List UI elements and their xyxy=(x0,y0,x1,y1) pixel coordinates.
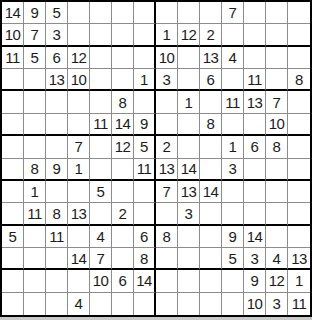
cell-r7c13-given: 8 xyxy=(266,136,288,158)
cell-r4c3-given: 13 xyxy=(46,69,68,91)
cell-r3c14-empty[interactable] xyxy=(288,47,310,69)
cell-r2c14-empty[interactable] xyxy=(288,24,310,46)
cell-r12c12-given: 3 xyxy=(244,248,266,270)
cell-r9c10-given: 14 xyxy=(200,181,222,203)
cell-r14c3-empty[interactable] xyxy=(46,293,68,315)
cell-r9c9-given: 13 xyxy=(178,181,200,203)
cell-r12c5-given: 7 xyxy=(90,248,112,270)
cell-r2c3-given: 3 xyxy=(46,24,68,46)
cell-r7c10-empty[interactable] xyxy=(200,136,222,158)
cell-r7c9-empty[interactable] xyxy=(178,136,200,158)
cell-r10c2-given: 11 xyxy=(24,203,46,225)
cell-r8c8-given: 13 xyxy=(156,159,178,181)
cell-r7c5-empty[interactable] xyxy=(90,136,112,158)
cell-r12c8-empty[interactable] xyxy=(156,248,178,270)
cell-r9c3-empty[interactable] xyxy=(46,181,68,203)
cell-r6c10-given: 8 xyxy=(200,114,222,136)
cell-r14c14-given: 11 xyxy=(288,293,310,315)
cell-r3c4-given: 12 xyxy=(68,47,90,69)
cell-r6c3-empty[interactable] xyxy=(46,114,68,136)
cell-r6c6-given: 14 xyxy=(112,114,134,136)
cell-r5c10-empty[interactable] xyxy=(200,91,222,113)
cell-r11c8-given: 8 xyxy=(156,226,178,248)
cell-r8c2-given: 8 xyxy=(24,159,46,181)
cell-r3c2-given: 5 xyxy=(24,47,46,69)
cell-r13c2-empty[interactable] xyxy=(24,270,46,292)
cell-r11c10-empty[interactable] xyxy=(200,226,222,248)
cell-r10c5-empty[interactable] xyxy=(90,203,112,225)
cell-r3c5-empty[interactable] xyxy=(90,47,112,69)
cell-r11c3-given: 11 xyxy=(46,226,68,248)
cell-r6c8-empty[interactable] xyxy=(156,114,178,136)
cell-r1c12-empty[interactable] xyxy=(244,2,266,24)
cell-r11c5-given: 4 xyxy=(90,226,112,248)
cell-r6c1-empty[interactable] xyxy=(2,114,24,136)
cell-r6c12-empty[interactable] xyxy=(244,114,266,136)
cell-r11c1-given: 5 xyxy=(2,226,24,248)
cell-r1c5-empty[interactable] xyxy=(90,2,112,24)
cell-r5c7-empty[interactable] xyxy=(134,91,156,113)
cell-r2c2-given: 7 xyxy=(24,24,46,46)
cell-r2c6-empty[interactable] xyxy=(112,24,134,46)
cell-r5c1-empty[interactable] xyxy=(2,91,24,113)
cell-r10c12-empty[interactable] xyxy=(244,203,266,225)
cell-r8c9-given: 14 xyxy=(178,159,200,181)
cell-r14c9-empty[interactable] xyxy=(178,293,200,315)
cell-r14c12-given: 10 xyxy=(244,293,266,315)
cell-r10c11-empty[interactable] xyxy=(222,203,244,225)
cell-r10c14-empty[interactable] xyxy=(288,203,310,225)
cell-r7c7-given: 5 xyxy=(134,136,156,158)
cell-r8c7-given: 11 xyxy=(134,159,156,181)
cell-r5c2-empty[interactable] xyxy=(24,91,46,113)
cell-r11c11-given: 9 xyxy=(222,226,244,248)
cell-r13c13-given: 12 xyxy=(266,270,288,292)
cell-r3c6-empty[interactable] xyxy=(112,47,134,69)
cell-r6c14-empty[interactable] xyxy=(288,114,310,136)
cell-r9c8-given: 7 xyxy=(156,181,178,203)
cell-r3c7-empty[interactable] xyxy=(134,47,156,69)
cell-r2c5-empty[interactable] xyxy=(90,24,112,46)
cell-r3c3-given: 6 xyxy=(46,47,68,69)
cell-r8c10-empty[interactable] xyxy=(200,159,222,181)
cell-r12c10-empty[interactable] xyxy=(200,248,222,270)
cell-r4c14-given: 8 xyxy=(288,69,310,91)
cell-r4c5-empty[interactable] xyxy=(90,69,112,91)
cell-r6c7-given: 9 xyxy=(134,114,156,136)
cell-r4c2-empty[interactable] xyxy=(24,69,46,91)
sudoku-board: 1495710731122115612101341310136118811113… xyxy=(0,0,312,317)
cell-r11c12-given: 14 xyxy=(244,226,266,248)
cell-r4c13-empty[interactable] xyxy=(266,69,288,91)
cell-r11c6-empty[interactable] xyxy=(112,226,134,248)
cell-r1c8-empty[interactable] xyxy=(156,2,178,24)
cell-r11c2-empty[interactable] xyxy=(24,226,46,248)
cell-r1c10-empty[interactable] xyxy=(200,2,222,24)
cell-r9c14-empty[interactable] xyxy=(288,181,310,203)
cell-r10c10-empty[interactable] xyxy=(200,203,222,225)
cell-r12c2-empty[interactable] xyxy=(24,248,46,270)
cell-r3c11-given: 4 xyxy=(222,47,244,69)
cell-r1c9-empty[interactable] xyxy=(178,2,200,24)
cell-r1c6-empty[interactable] xyxy=(112,2,134,24)
cell-r8c4-given: 1 xyxy=(68,159,90,181)
cell-r9c12-empty[interactable] xyxy=(244,181,266,203)
cell-r13c14-given: 1 xyxy=(288,270,310,292)
cell-r13c10-empty[interactable] xyxy=(200,270,222,292)
cell-r1c13-empty[interactable] xyxy=(266,2,288,24)
cell-r6c9-empty[interactable] xyxy=(178,114,200,136)
cell-r2c11-empty[interactable] xyxy=(222,24,244,46)
cell-r3c8-given: 10 xyxy=(156,47,178,69)
cell-r3c13-empty[interactable] xyxy=(266,47,288,69)
cell-r13c4-empty[interactable] xyxy=(68,270,90,292)
cell-r13c9-empty[interactable] xyxy=(178,270,200,292)
cell-r1c4-empty[interactable] xyxy=(68,2,90,24)
cell-r11c9-empty[interactable] xyxy=(178,226,200,248)
cell-r8c11-given: 3 xyxy=(222,159,244,181)
cell-r13c1-empty[interactable] xyxy=(2,270,24,292)
cell-r14c4-given: 4 xyxy=(68,293,90,315)
cell-r11c13-empty[interactable] xyxy=(266,226,288,248)
cell-r5c12-given: 13 xyxy=(244,91,266,113)
cell-r12c11-given: 5 xyxy=(222,248,244,270)
cell-r13c12-given: 9 xyxy=(244,270,266,292)
cell-r7c14-empty[interactable] xyxy=(288,136,310,158)
cell-r9c13-empty[interactable] xyxy=(266,181,288,203)
cell-r12c1-empty[interactable] xyxy=(2,248,24,270)
cell-r10c4-given: 13 xyxy=(68,203,90,225)
cell-r2c8-given: 1 xyxy=(156,24,178,46)
cell-r9c1-empty[interactable] xyxy=(2,181,24,203)
cell-r13c3-empty[interactable] xyxy=(46,270,68,292)
cell-r14c2-empty[interactable] xyxy=(24,293,46,315)
cell-r8c14-empty[interactable] xyxy=(288,159,310,181)
cell-r14c8-empty[interactable] xyxy=(156,293,178,315)
cell-r9c2-given: 1 xyxy=(24,181,46,203)
cell-r1c3-given: 5 xyxy=(46,2,68,24)
cell-r1c1-given: 14 xyxy=(2,2,24,24)
cell-r7c12-given: 6 xyxy=(244,136,266,158)
cell-r9c4-empty[interactable] xyxy=(68,181,90,203)
cell-r7c4-given: 7 xyxy=(68,136,90,158)
cell-r6c2-empty[interactable] xyxy=(24,114,46,136)
cell-r14c1-empty[interactable] xyxy=(2,293,24,315)
cell-r5c8-empty[interactable] xyxy=(156,91,178,113)
cell-r12c13-given: 4 xyxy=(266,248,288,270)
cell-r10c1-empty[interactable] xyxy=(2,203,24,225)
cell-r3c12-empty[interactable] xyxy=(244,47,266,69)
cell-r2c13-empty[interactable] xyxy=(266,24,288,46)
cell-r8c6-empty[interactable] xyxy=(112,159,134,181)
cell-r11c4-empty[interactable] xyxy=(68,226,90,248)
cell-r8c3-given: 9 xyxy=(46,159,68,181)
cell-r2c10-given: 2 xyxy=(200,24,222,46)
cell-r7c8-given: 2 xyxy=(156,136,178,158)
cell-r7c1-empty[interactable] xyxy=(2,136,24,158)
cell-r10c3-given: 8 xyxy=(46,203,68,225)
cell-r7c2-empty[interactable] xyxy=(24,136,46,158)
cell-r13c5-given: 10 xyxy=(90,270,112,292)
cell-r9c5-given: 5 xyxy=(90,181,112,203)
cell-r4c4-given: 10 xyxy=(68,69,90,91)
cell-r11c14-empty[interactable] xyxy=(288,226,310,248)
cell-r5c14-empty[interactable] xyxy=(288,91,310,113)
cell-r4c11-empty[interactable] xyxy=(222,69,244,91)
cell-r7c11-given: 1 xyxy=(222,136,244,158)
cell-r2c1-given: 10 xyxy=(2,24,24,46)
cell-r3c9-empty[interactable] xyxy=(178,47,200,69)
cell-r9c6-empty[interactable] xyxy=(112,181,134,203)
cell-r3c10-given: 13 xyxy=(200,47,222,69)
cell-r4c9-empty[interactable] xyxy=(178,69,200,91)
cell-r8c1-empty[interactable] xyxy=(2,159,24,181)
cell-r7c6-given: 12 xyxy=(112,136,134,158)
cell-r12c7-given: 8 xyxy=(134,248,156,270)
cell-r14c11-empty[interactable] xyxy=(222,293,244,315)
cell-r8c5-empty[interactable] xyxy=(90,159,112,181)
cell-r13c8-empty[interactable] xyxy=(156,270,178,292)
cell-r5c11-given: 11 xyxy=(222,91,244,113)
sudoku-puzzle-screenshot: 1495710731122115612101341310136118811113… xyxy=(0,0,312,320)
cell-r4c12-given: 11 xyxy=(244,69,266,91)
cell-r14c13-given: 3 xyxy=(266,293,288,315)
cell-r13c7-given: 14 xyxy=(134,270,156,292)
cell-r4c6-empty[interactable] xyxy=(112,69,134,91)
cell-r5c9-given: 1 xyxy=(178,91,200,113)
cell-r2c12-empty[interactable] xyxy=(244,24,266,46)
cell-r1c7-empty[interactable] xyxy=(134,2,156,24)
cell-r6c11-empty[interactable] xyxy=(222,114,244,136)
cell-r4c1-empty[interactable] xyxy=(2,69,24,91)
cell-r8c12-empty[interactable] xyxy=(244,159,266,181)
cell-r2c4-empty[interactable] xyxy=(68,24,90,46)
cell-r13c6-given: 6 xyxy=(112,270,134,292)
cell-r1c14-empty[interactable] xyxy=(288,2,310,24)
cell-r10c7-empty[interactable] xyxy=(134,203,156,225)
cell-r5c3-empty[interactable] xyxy=(46,91,68,113)
cell-r5c5-empty[interactable] xyxy=(90,91,112,113)
cell-r3c1-given: 11 xyxy=(2,47,24,69)
cell-r14c7-empty[interactable] xyxy=(134,293,156,315)
cell-r12c9-empty[interactable] xyxy=(178,248,200,270)
cell-r12c14-given: 13 xyxy=(288,248,310,270)
cell-r4c10-given: 6 xyxy=(200,69,222,91)
cell-r11c7-given: 6 xyxy=(134,226,156,248)
cell-r2c7-empty[interactable] xyxy=(134,24,156,46)
cell-r8c13-empty[interactable] xyxy=(266,159,288,181)
cell-r14c5-empty[interactable] xyxy=(90,293,112,315)
cell-r2c9-given: 12 xyxy=(178,24,200,46)
cell-r6c5-given: 11 xyxy=(90,114,112,136)
cell-r12c6-empty[interactable] xyxy=(112,248,134,270)
cell-r10c13-empty[interactable] xyxy=(266,203,288,225)
cell-r6c4-empty[interactable] xyxy=(68,114,90,136)
cell-r5c13-given: 7 xyxy=(266,91,288,113)
cell-r6c13-given: 10 xyxy=(266,114,288,136)
cell-r10c8-empty[interactable] xyxy=(156,203,178,225)
cell-r9c7-empty[interactable] xyxy=(134,181,156,203)
cell-r7c3-empty[interactable] xyxy=(46,136,68,158)
cell-r14c6-empty[interactable] xyxy=(112,293,134,315)
cell-r5c4-empty[interactable] xyxy=(68,91,90,113)
cell-r14c10-empty[interactable] xyxy=(200,293,222,315)
cell-r12c4-given: 14 xyxy=(68,248,90,270)
cell-r10c9-given: 3 xyxy=(178,203,200,225)
cell-r5c6-given: 8 xyxy=(112,91,134,113)
cell-r12c3-empty[interactable] xyxy=(46,248,68,270)
cell-r1c11-given: 7 xyxy=(222,2,244,24)
cell-r4c8-given: 3 xyxy=(156,69,178,91)
cell-r4c7-given: 1 xyxy=(134,69,156,91)
cell-r1c2-given: 9 xyxy=(24,2,46,24)
cell-r10c6-given: 2 xyxy=(112,203,134,225)
cell-r13c11-empty[interactable] xyxy=(222,270,244,292)
cell-r9c11-empty[interactable] xyxy=(222,181,244,203)
